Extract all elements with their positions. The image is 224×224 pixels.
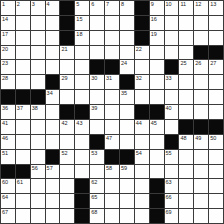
crossword-cell[interactable]: 20	[1, 46, 16, 61]
crossword-cell[interactable]	[179, 105, 194, 120]
crossword-cell[interactable]: 23	[1, 60, 16, 75]
crossword-cell[interactable]: 36	[1, 105, 16, 120]
crossword-cell[interactable]: 5	[75, 1, 90, 16]
crossword-cell[interactable]: 63	[165, 179, 180, 194]
clue-number: 64	[2, 194, 8, 200]
crossword-cell[interactable]	[150, 165, 165, 180]
crossword-cell[interactable]	[90, 31, 105, 46]
crossword-cell[interactable]	[135, 165, 150, 180]
crossword-cell[interactable]: 35	[120, 90, 135, 105]
crossword-cell[interactable]	[105, 16, 120, 31]
crossword-cell[interactable]	[209, 31, 224, 46]
crossword-cell[interactable]	[90, 16, 105, 31]
crossword-black-cell	[16, 90, 31, 105]
clue-number: 20	[2, 46, 8, 52]
crossword-cell[interactable]: 24	[120, 60, 135, 75]
crossword-cell[interactable]	[46, 31, 61, 46]
clue-number: 23	[2, 60, 8, 66]
crossword-cell[interactable]	[60, 194, 75, 209]
clue-number: 41	[2, 120, 8, 126]
clue-number: 66	[166, 194, 172, 200]
crossword-cell[interactable]	[60, 60, 75, 75]
crossword-cell[interactable]	[105, 179, 120, 194]
clue-number: 28	[2, 75, 8, 81]
crossword-black-cell	[60, 105, 75, 120]
clue-number: 27	[210, 60, 216, 66]
crossword-cell[interactable]: 15	[75, 16, 90, 31]
crossword-cell[interactable]: 47	[105, 135, 120, 150]
clue-number: 31	[106, 75, 112, 81]
crossword-cell[interactable]	[209, 90, 224, 105]
crossword-cell[interactable]	[46, 135, 61, 150]
crossword-cell[interactable]	[165, 46, 180, 61]
crossword-cell[interactable]	[90, 165, 105, 180]
crossword-cell[interactable]	[209, 194, 224, 209]
crossword-black-cell	[105, 60, 120, 75]
crossword-cell[interactable]	[135, 60, 150, 75]
clue-number: 7	[106, 1, 109, 7]
crossword-cell[interactable]: 52	[60, 150, 75, 165]
crossword-cell[interactable]	[209, 75, 224, 90]
crossword-cell[interactable]	[75, 90, 90, 105]
crossword-cell[interactable]	[60, 179, 75, 194]
crossword-cell[interactable]	[105, 120, 120, 135]
crossword-cell[interactable]	[16, 46, 31, 61]
clue-number: 1	[2, 1, 5, 7]
crossword-grid: 1234567891011121314151617181920212223242…	[0, 0, 224, 224]
crossword-cell[interactable]	[120, 16, 135, 31]
clue-number: 55	[166, 150, 172, 156]
crossword-black-cell	[120, 150, 135, 165]
crossword-cell[interactable]	[31, 179, 46, 194]
crossword-cell[interactable]	[150, 150, 165, 165]
clue-number: 68	[91, 209, 97, 215]
crossword-cell[interactable]	[105, 31, 120, 46]
crossword-cell[interactable]	[60, 209, 75, 224]
clue-number: 58	[106, 165, 112, 171]
crossword-black-cell	[194, 120, 209, 135]
crossword-cell[interactable]	[179, 75, 194, 90]
crossword-black-cell	[46, 150, 61, 165]
crossword-cell[interactable]	[105, 105, 120, 120]
crossword-cell[interactable]: 7	[105, 1, 120, 16]
crossword-cell[interactable]	[194, 16, 209, 31]
crossword-cell[interactable]	[135, 135, 150, 150]
crossword-cell[interactable]	[46, 194, 61, 209]
crossword-cell[interactable]: 42	[60, 120, 75, 135]
crossword-cell[interactable]	[194, 165, 209, 180]
clue-number: 62	[91, 179, 97, 185]
clue-number: 46	[2, 135, 8, 141]
clue-number: 65	[91, 194, 97, 200]
crossword-black-cell	[150, 209, 165, 224]
clue-number: 52	[61, 150, 67, 156]
crossword-cell[interactable]	[120, 194, 135, 209]
crossword-cell[interactable]	[31, 120, 46, 135]
crossword-cell[interactable]	[46, 120, 61, 135]
crossword-cell[interactable]	[46, 179, 61, 194]
clue-number: 53	[91, 150, 97, 156]
crossword-cell[interactable]	[31, 75, 46, 90]
crossword-black-cell	[194, 46, 209, 61]
crossword-cell[interactable]	[150, 135, 165, 150]
crossword-cell[interactable]	[150, 60, 165, 75]
crossword-cell[interactable]: 6	[90, 1, 105, 16]
crossword-cell[interactable]	[165, 31, 180, 46]
crossword-cell[interactable]	[120, 105, 135, 120]
crossword-cell[interactable]	[194, 209, 209, 224]
crossword-cell[interactable]	[60, 165, 75, 180]
crossword-cell[interactable]: 69	[165, 209, 180, 224]
crossword-black-cell	[75, 209, 90, 224]
crossword-cell[interactable]: 19	[150, 31, 165, 46]
crossword-cell[interactable]: 18	[75, 31, 90, 46]
crossword-cell[interactable]	[75, 165, 90, 180]
crossword-cell[interactable]: 66	[165, 194, 180, 209]
clue-number: 42	[61, 120, 67, 126]
crossword-cell[interactable]	[209, 150, 224, 165]
crossword-black-cell	[179, 120, 194, 135]
crossword-black-cell	[75, 105, 90, 120]
crossword-cell[interactable]	[16, 194, 31, 209]
crossword-cell[interactable]	[75, 60, 90, 75]
crossword-cell[interactable]	[16, 16, 31, 31]
crossword-cell[interactable]	[120, 209, 135, 224]
crossword-black-cell	[60, 16, 75, 31]
crossword-black-cell	[1, 90, 16, 105]
crossword-cell[interactable]	[90, 90, 105, 105]
crossword-cell[interactable]	[16, 120, 31, 135]
crossword-cell[interactable]: 13	[209, 1, 224, 16]
crossword-cell[interactable]: 67	[1, 209, 16, 224]
crossword-cell[interactable]	[60, 90, 75, 105]
clue-number: 22	[136, 46, 142, 52]
crossword-cell[interactable]	[16, 60, 31, 75]
crossword-cell[interactable]	[209, 105, 224, 120]
crossword-cell[interactable]	[209, 165, 224, 180]
crossword-cell[interactable]: 10	[165, 1, 180, 16]
clue-number: 51	[2, 150, 8, 156]
clue-number: 33	[166, 75, 172, 81]
crossword-black-cell	[120, 75, 135, 90]
clue-number: 38	[32, 105, 38, 111]
crossword-black-cell	[75, 179, 90, 194]
clue-number: 59	[121, 165, 127, 171]
crossword-cell[interactable]	[150, 90, 165, 105]
crossword-black-cell	[1, 165, 16, 180]
crossword-cell[interactable]: 58	[105, 165, 120, 180]
clue-number: 9	[151, 1, 154, 7]
crossword-cell[interactable]: 16	[150, 16, 165, 31]
crossword-cell[interactable]	[46, 16, 61, 31]
crossword-cell[interactable]: 46	[1, 135, 16, 150]
clue-number: 47	[106, 135, 112, 141]
crossword-cell[interactable]	[31, 60, 46, 75]
crossword-black-cell	[60, 1, 75, 16]
crossword-cell[interactable]: 54	[135, 150, 150, 165]
crossword-cell[interactable]	[135, 194, 150, 209]
crossword-cell[interactable]	[179, 194, 194, 209]
crossword-cell[interactable]	[46, 209, 61, 224]
crossword-cell[interactable]	[179, 179, 194, 194]
clue-number: 25	[180, 60, 186, 66]
clue-number: 18	[76, 31, 82, 37]
crossword-cell[interactable]	[135, 209, 150, 224]
crossword-black-cell	[150, 194, 165, 209]
clue-number: 37	[17, 105, 23, 111]
crossword-black-cell	[150, 105, 165, 120]
crossword-cell[interactable]: 48	[179, 135, 194, 150]
clue-number: 54	[136, 150, 142, 156]
crossword-cell[interactable]: 45	[150, 120, 165, 135]
crossword-cell[interactable]	[31, 31, 46, 46]
crossword-cell[interactable]	[90, 46, 105, 61]
crossword-cell[interactable]	[179, 90, 194, 105]
crossword-cell[interactable]	[60, 135, 75, 150]
crossword-cell[interactable]: 11	[179, 1, 194, 16]
crossword-black-cell	[135, 105, 150, 120]
crossword-cell[interactable]	[46, 60, 61, 75]
crossword-cell[interactable]: 37	[16, 105, 31, 120]
clue-number: 12	[195, 1, 201, 7]
crossword-cell[interactable]	[46, 46, 61, 61]
crossword-cell[interactable]	[75, 135, 90, 150]
clue-number: 6	[91, 1, 94, 7]
clue-number: 10	[166, 1, 172, 7]
crossword-cell[interactable]	[209, 16, 224, 31]
clue-number: 11	[180, 1, 186, 7]
crossword-cell[interactable]	[75, 75, 90, 90]
crossword-cell[interactable]	[165, 90, 180, 105]
crossword-cell[interactable]	[179, 165, 194, 180]
crossword-cell[interactable]: 28	[1, 75, 16, 90]
crossword-cell[interactable]	[194, 105, 209, 120]
crossword-cell[interactable]	[179, 31, 194, 46]
clue-number: 61	[17, 179, 23, 185]
crossword-black-cell	[31, 90, 46, 105]
clue-number: 5	[76, 1, 79, 7]
clue-number: 14	[2, 16, 8, 22]
crossword-cell[interactable]: 43	[75, 120, 90, 135]
crossword-cell[interactable]	[165, 16, 180, 31]
clue-number: 44	[136, 120, 142, 126]
clue-number: 16	[151, 16, 157, 22]
crossword-cell[interactable]: 9	[150, 1, 165, 16]
crossword-black-cell	[209, 46, 224, 61]
crossword-cell[interactable]	[105, 209, 120, 224]
crossword-cell[interactable]	[16, 31, 31, 46]
crossword-cell[interactable]	[16, 135, 31, 150]
crossword-cell[interactable]	[135, 179, 150, 194]
crossword-puzzle: 1234567891011121314151617181920212223242…	[0, 0, 224, 224]
crossword-cell[interactable]: 44	[135, 120, 150, 135]
crossword-cell[interactable]	[209, 179, 224, 194]
crossword-cell[interactable]: 27	[209, 60, 224, 75]
crossword-cell[interactable]: 55	[165, 150, 180, 165]
clue-number: 67	[2, 209, 8, 215]
crossword-cell[interactable]: 25	[179, 60, 194, 75]
clue-number: 32	[136, 75, 142, 81]
crossword-cell[interactable]: 8	[120, 1, 135, 16]
clue-number: 69	[166, 209, 172, 215]
crossword-cell[interactable]: 32	[135, 75, 150, 90]
crossword-cell[interactable]	[75, 46, 90, 61]
crossword-cell[interactable]: 26	[194, 60, 209, 75]
crossword-cell[interactable]: 1	[1, 1, 16, 16]
crossword-cell[interactable]	[31, 209, 46, 224]
clue-number: 43	[76, 120, 82, 126]
clue-number: 30	[91, 75, 97, 81]
clue-number: 57	[47, 165, 53, 171]
crossword-cell[interactable]	[120, 120, 135, 135]
crossword-cell[interactable]	[120, 135, 135, 150]
clue-number: 15	[76, 16, 82, 22]
crossword-cell[interactable]	[75, 150, 90, 165]
crossword-cell[interactable]	[179, 16, 194, 31]
crossword-cell[interactable]	[90, 120, 105, 135]
crossword-cell[interactable]: 38	[31, 105, 46, 120]
crossword-cell[interactable]	[31, 135, 46, 150]
crossword-cell[interactable]: 68	[90, 209, 105, 224]
crossword-cell[interactable]: 12	[194, 1, 209, 16]
crossword-cell[interactable]: 53	[90, 150, 105, 165]
clue-number: 19	[151, 31, 157, 37]
crossword-cell[interactable]: 57	[46, 165, 61, 180]
crossword-cell[interactable]	[105, 194, 120, 209]
crossword-cell[interactable]: 34	[46, 90, 61, 105]
crossword-cell[interactable]	[150, 75, 165, 90]
crossword-black-cell	[90, 60, 105, 75]
clue-number: 50	[210, 135, 216, 141]
clue-number: 29	[61, 75, 67, 81]
crossword-cell[interactable]: 49	[194, 135, 209, 150]
crossword-cell[interactable]	[194, 31, 209, 46]
clue-number: 26	[195, 60, 201, 66]
crossword-cell[interactable]	[194, 150, 209, 165]
crossword-cell[interactable]: 41	[1, 120, 16, 135]
crossword-cell[interactable]	[165, 165, 180, 180]
clue-number: 48	[180, 135, 186, 141]
crossword-cell[interactable]: 65	[90, 194, 105, 209]
crossword-cell[interactable]: 22	[135, 46, 150, 61]
clue-number: 60	[2, 179, 8, 185]
clue-number: 13	[210, 1, 216, 7]
crossword-cell[interactable]	[31, 150, 46, 165]
clue-number: 40	[166, 105, 172, 111]
clue-number: 3	[32, 1, 35, 7]
crossword-cell[interactable]	[16, 150, 31, 165]
crossword-cell[interactable]	[16, 209, 31, 224]
clue-number: 45	[151, 120, 157, 126]
crossword-cell[interactable]: 2	[16, 1, 31, 16]
crossword-cell[interactable]: 14	[1, 16, 16, 31]
crossword-cell[interactable]	[194, 194, 209, 209]
crossword-cell[interactable]	[105, 46, 120, 61]
crossword-cell[interactable]	[31, 46, 46, 61]
crossword-black-cell	[165, 60, 180, 75]
crossword-cell[interactable]	[179, 150, 194, 165]
crossword-cell[interactable]: 56	[31, 165, 46, 180]
crossword-black-cell	[135, 1, 150, 16]
crossword-cell[interactable]: 17	[1, 31, 16, 46]
crossword-black-cell	[150, 179, 165, 194]
crossword-cell[interactable]	[194, 90, 209, 105]
clue-number: 21	[61, 46, 67, 52]
crossword-black-cell	[46, 75, 61, 90]
clue-number: 24	[121, 60, 127, 66]
crossword-cell[interactable]: 30	[90, 75, 105, 90]
clue-number: 63	[166, 179, 172, 185]
crossword-cell[interactable]: 51	[1, 150, 16, 165]
crossword-cell[interactable]	[16, 75, 31, 90]
crossword-black-cell	[105, 150, 120, 165]
crossword-cell[interactable]: 39	[90, 105, 105, 120]
crossword-cell[interactable]	[105, 90, 120, 105]
crossword-cell[interactable]	[31, 16, 46, 31]
crossword-black-cell	[135, 16, 150, 31]
clue-number: 36	[2, 105, 8, 111]
crossword-cell[interactable]: 60	[1, 179, 16, 194]
crossword-cell[interactable]: 50	[209, 135, 224, 150]
crossword-cell[interactable]	[120, 46, 135, 61]
clue-number: 2	[17, 1, 20, 7]
crossword-cell[interactable]: 3	[31, 1, 46, 16]
clue-number: 35	[121, 90, 127, 96]
clue-number: 49	[195, 135, 201, 141]
crossword-cell[interactable]: 59	[120, 165, 135, 180]
clue-number: 4	[47, 1, 50, 7]
crossword-cell[interactable]	[46, 105, 61, 120]
crossword-cell[interactable]: 31	[105, 75, 120, 90]
crossword-cell[interactable]	[209, 209, 224, 224]
crossword-black-cell	[135, 31, 150, 46]
clue-number: 56	[32, 165, 38, 171]
crossword-cell[interactable]	[120, 31, 135, 46]
clue-number: 8	[121, 1, 124, 7]
crossword-cell[interactable]: 29	[60, 75, 75, 90]
crossword-cell[interactable]: 4	[46, 1, 61, 16]
crossword-cell[interactable]	[165, 120, 180, 135]
crossword-black-cell	[165, 135, 180, 150]
crossword-cell[interactable]: 62	[90, 179, 105, 194]
clue-number: 39	[91, 105, 97, 111]
crossword-black-cell	[90, 135, 105, 150]
crossword-cell[interactable]	[150, 46, 165, 61]
crossword-cell[interactable]: 61	[16, 179, 31, 194]
crossword-cell[interactable]	[135, 90, 150, 105]
clue-number: 34	[47, 90, 53, 96]
crossword-black-cell	[209, 120, 224, 135]
crossword-cell[interactable]: 64	[1, 194, 16, 209]
crossword-cell[interactable]: 21	[60, 46, 75, 61]
crossword-cell[interactable]	[194, 75, 209, 90]
crossword-black-cell	[16, 165, 31, 180]
crossword-cell[interactable]: 33	[165, 75, 180, 90]
crossword-cell[interactable]	[194, 179, 209, 194]
crossword-black-cell	[60, 31, 75, 46]
crossword-cell[interactable]	[179, 46, 194, 61]
crossword-cell[interactable]	[120, 179, 135, 194]
crossword-cell[interactable]: 40	[165, 105, 180, 120]
clue-number: 17	[2, 31, 8, 37]
crossword-cell[interactable]	[179, 209, 194, 224]
crossword-black-cell	[75, 194, 90, 209]
crossword-cell[interactable]	[31, 194, 46, 209]
